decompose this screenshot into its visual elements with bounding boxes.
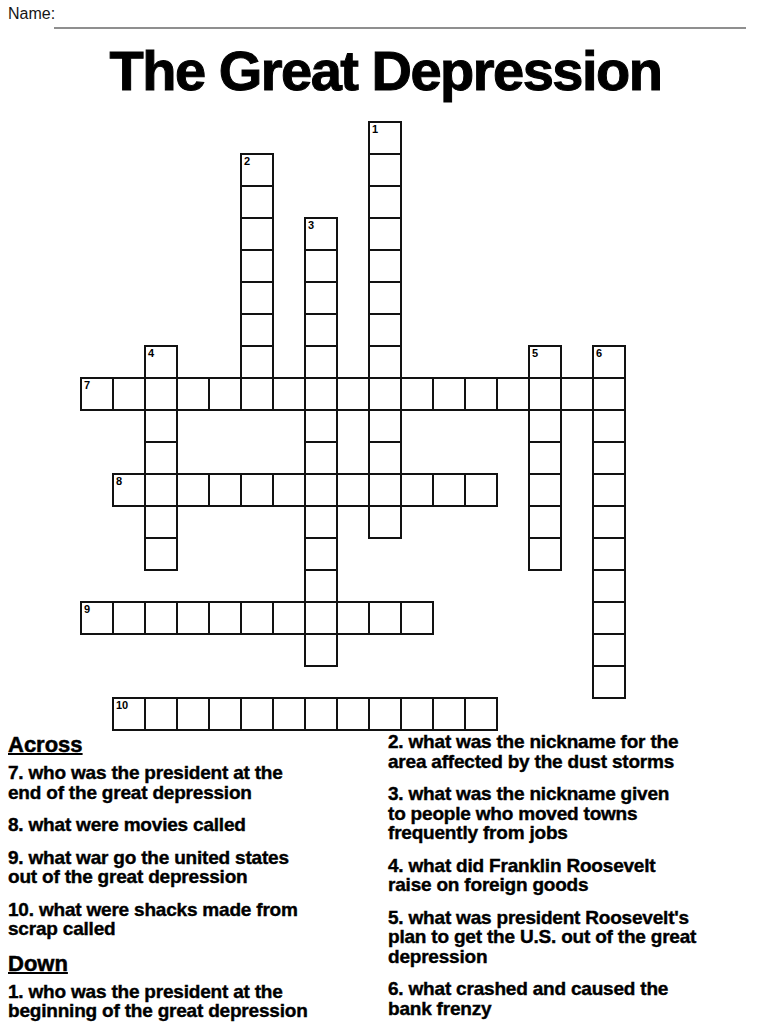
grid-cell-r10c16[interactable]: [592, 441, 626, 475]
grid-cell-r8c6[interactable]: [272, 377, 306, 411]
puzzle-title: The Great Depression: [0, 40, 771, 102]
grid-cell-r11c1[interactable]: 8: [112, 473, 146, 507]
grid-cell-r11c6[interactable]: [272, 473, 306, 507]
grid-cell-r11c4[interactable]: [208, 473, 242, 507]
grid-cell-r6c7[interactable]: [304, 313, 338, 347]
grid-cell-r13c7[interactable]: [304, 537, 338, 571]
grid-cell-r7c2[interactable]: 4: [144, 345, 178, 379]
grid-cell-r12c7[interactable]: [304, 505, 338, 539]
grid-cell-r4c9[interactable]: [368, 249, 402, 283]
grid-cell-r3c5[interactable]: [240, 217, 274, 251]
grid-cell-r13c16[interactable]: [592, 537, 626, 571]
grid-cell-r15c3[interactable]: [176, 601, 210, 635]
clue-down-3: 3. what was the nickname given to people…: [388, 784, 768, 843]
name-blank-line: [54, 21, 746, 29]
grid-cell-r8c8[interactable]: [336, 377, 370, 411]
grid-cell-r11c9[interactable]: [368, 473, 402, 507]
grid-cell-r11c5[interactable]: [240, 473, 274, 507]
grid-cell-r12c9[interactable]: [368, 505, 402, 539]
grid-cell-r10c9[interactable]: [368, 441, 402, 475]
grid-cell-r16c16[interactable]: [592, 633, 626, 667]
grid-cell-r18c5[interactable]: [240, 697, 274, 731]
grid-cell-r18c3[interactable]: [176, 697, 210, 731]
grid-cell-r14c16[interactable]: [592, 569, 626, 603]
grid-cell-r11c16[interactable]: [592, 473, 626, 507]
name-header: Name:: [8, 5, 764, 29]
cell-number-2: 2: [244, 155, 250, 167]
grid-cell-r1c5[interactable]: 2: [240, 153, 274, 187]
grid-cell-r13c14[interactable]: [528, 537, 562, 571]
grid-cell-r11c8[interactable]: [336, 473, 370, 507]
grid-cell-r2c9[interactable]: [368, 185, 402, 219]
grid-cell-r6c5[interactable]: [240, 313, 274, 347]
grid-cell-r12c2[interactable]: [144, 505, 178, 539]
grid-cell-r8c14[interactable]: [528, 377, 562, 411]
grid-cell-r7c9[interactable]: [368, 345, 402, 379]
grid-cell-r12c16[interactable]: [592, 505, 626, 539]
name-label: Name:: [8, 5, 55, 22]
cell-number-7: 7: [84, 379, 90, 391]
grid-cell-r8c9[interactable]: [368, 377, 402, 411]
grid-cell-r6c9[interactable]: [368, 313, 402, 347]
grid-cell-r4c5[interactable]: [240, 249, 274, 283]
grid-cell-r15c5[interactable]: [240, 601, 274, 635]
across-heading: Across: [8, 733, 366, 757]
grid-cell-r3c9[interactable]: [368, 217, 402, 251]
grid-cell-r13c2[interactable]: [144, 537, 178, 571]
grid-cell-r10c2[interactable]: [144, 441, 178, 475]
grid-cell-r18c11[interactable]: [432, 697, 466, 731]
grid-cell-r4c7[interactable]: [304, 249, 338, 283]
grid-cell-r8c5[interactable]: [240, 377, 274, 411]
worksheet-page: Name: The Great Depression 12345678910 A…: [0, 0, 771, 1024]
grid-cell-r18c4[interactable]: [208, 697, 242, 731]
grid-cell-r5c5[interactable]: [240, 281, 274, 315]
grid-cell-r8c7[interactable]: [304, 377, 338, 411]
down-clues-list-left: 1. who was the president at the beginnin…: [8, 982, 366, 1021]
clue-down-5: 5. what was president Roosevelt's plan t…: [388, 908, 768, 967]
across-clues-list: 7. who was the president at the end of t…: [8, 763, 366, 939]
grid-cell-r8c4[interactable]: [208, 377, 242, 411]
grid-cell-r9c9[interactable]: [368, 409, 402, 443]
grid-cell-r7c7[interactable]: [304, 345, 338, 379]
grid-cell-r15c7[interactable]: [304, 601, 338, 635]
grid-cell-r15c0[interactable]: 9: [80, 601, 114, 635]
grid-cell-r14c7[interactable]: [304, 569, 338, 603]
cell-number-1: 1: [372, 123, 378, 135]
clue-across-7: 7. who was the president at the end of t…: [8, 763, 366, 802]
grid-cell-r18c9[interactable]: [368, 697, 402, 731]
grid-cell-r15c4[interactable]: [208, 601, 242, 635]
grid-cell-r17c16[interactable]: [592, 665, 626, 699]
grid-cell-r11c3[interactable]: [176, 473, 210, 507]
grid-cell-r8c12[interactable]: [464, 377, 498, 411]
grid-cell-r8c10[interactable]: [400, 377, 434, 411]
grid-cell-r11c11[interactable]: [432, 473, 466, 507]
grid-cell-r9c16[interactable]: [592, 409, 626, 443]
grid-cell-r0c9[interactable]: 1: [368, 121, 402, 155]
cell-number-8: 8: [116, 475, 122, 487]
grid-cell-r5c7[interactable]: [304, 281, 338, 315]
grid-cell-r10c14[interactable]: [528, 441, 562, 475]
cell-number-3: 3: [308, 219, 314, 231]
grid-cell-r11c10[interactable]: [400, 473, 434, 507]
grid-cell-r1c9[interactable]: [368, 153, 402, 187]
grid-cell-r11c12[interactable]: [464, 473, 498, 507]
cell-number-6: 6: [596, 347, 602, 359]
grid-cell-r15c10[interactable]: [400, 601, 434, 635]
grid-cell-r8c16[interactable]: [592, 377, 626, 411]
grid-cell-r9c7[interactable]: [304, 409, 338, 443]
grid-cell-r8c0[interactable]: 7: [80, 377, 114, 411]
cell-number-10: 10: [116, 699, 128, 711]
cell-number-4: 4: [148, 347, 154, 359]
down-heading: Down: [8, 952, 366, 976]
grid-cell-r8c15[interactable]: [560, 377, 594, 411]
grid-cell-r18c10[interactable]: [400, 697, 434, 731]
grid-cell-r18c7[interactable]: [304, 697, 338, 731]
clue-across-8: 8. what were movies called: [8, 815, 366, 835]
grid-cell-r9c2[interactable]: [144, 409, 178, 443]
grid-cell-r7c14[interactable]: 5: [528, 345, 562, 379]
grid-cell-r12c14[interactable]: [528, 505, 562, 539]
grid-cell-r8c2[interactable]: [144, 377, 178, 411]
grid-cell-r18c1[interactable]: 10: [112, 697, 146, 731]
clue-down-4: 4. what did Franklin Roosevelt raise on …: [388, 856, 768, 895]
grid-cell-r3c7[interactable]: 3: [304, 217, 338, 251]
clue-across-9: 9. what war go the united states out of …: [8, 848, 366, 887]
clue-down-2: 2. what was the nickname for the area af…: [388, 732, 768, 771]
grid-cell-r15c2[interactable]: [144, 601, 178, 635]
clues-left-column: Across 7. who was the president at the e…: [8, 733, 366, 1024]
grid-cell-r11c14[interactable]: [528, 473, 562, 507]
grid-cell-r18c8[interactable]: [336, 697, 370, 731]
grid-cell-r2c5[interactable]: [240, 185, 274, 219]
grid-cell-r8c3[interactable]: [176, 377, 210, 411]
grid-cell-r15c6[interactable]: [272, 601, 306, 635]
grid-cell-r11c7[interactable]: [304, 473, 338, 507]
grid-cell-r8c13[interactable]: [496, 377, 530, 411]
grid-cell-r10c7[interactable]: [304, 441, 338, 475]
grid-cell-r9c14[interactable]: [528, 409, 562, 443]
cell-number-5: 5: [532, 347, 538, 359]
grid-cell-r7c16[interactable]: 6: [592, 345, 626, 379]
clue-across-10: 10. what were shacks made from scrap cal…: [8, 900, 366, 939]
grid-cell-r11c2[interactable]: [144, 473, 178, 507]
grid-cell-r8c11[interactable]: [432, 377, 466, 411]
grid-cell-r18c12[interactable]: [464, 697, 498, 731]
grid-cell-r5c9[interactable]: [368, 281, 402, 315]
grid-cell-r8c1[interactable]: [112, 377, 146, 411]
grid-cell-r15c8[interactable]: [336, 601, 370, 635]
grid-cell-r15c9[interactable]: [368, 601, 402, 635]
cell-number-9: 9: [84, 603, 90, 615]
grid-cell-r7c5[interactable]: [240, 345, 274, 379]
grid-cell-r15c16[interactable]: [592, 601, 626, 635]
clue-down-6: 6. what crashed and caused the bank fren…: [388, 979, 768, 1018]
grid-cell-r16c7[interactable]: [304, 633, 338, 667]
crossword-grid: 12345678910: [80, 121, 628, 733]
clues-right-column: 2. what was the nickname for the area af…: [388, 732, 768, 1024]
clue-down-1: 1. who was the president at the beginnin…: [8, 982, 366, 1021]
grid-cell-r15c1[interactable]: [112, 601, 146, 635]
down-clues-list-right: 2. what was the nickname for the area af…: [388, 732, 768, 1018]
grid-cell-r18c6[interactable]: [272, 697, 306, 731]
grid-cell-r18c2[interactable]: [144, 697, 178, 731]
